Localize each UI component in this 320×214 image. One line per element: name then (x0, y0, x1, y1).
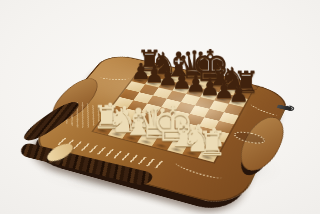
white-knight: ♞ (182, 121, 198, 156)
black-pawn: ♟ (186, 73, 201, 96)
white-queen: ♛ (136, 102, 152, 145)
scene: ♜♞♝♛♚♝♞♜♟♟♟♟♟♟♟♟♟♟♟♟♟♟♟♟♜♞♝♛♚♝♞♜ (0, 0, 320, 214)
black-pawn: ♟ (172, 70, 187, 93)
white-rook: ♜ (197, 127, 214, 160)
black-pawn: ♟ (214, 79, 229, 102)
leaf-carving-icon (248, 101, 281, 117)
square (195, 97, 214, 109)
black-pawn: ♟ (200, 76, 215, 99)
chess-board: ♜♞♝♛♚♝♞♜♟♟♟♟♟♟♟♟♟♟♟♟♟♟♟♟♜♞♝♛♚♝♞♜ (24, 52, 292, 209)
square (224, 104, 243, 116)
square: ♜ (198, 148, 219, 162)
carved-wing-right (232, 114, 292, 175)
wheat-carving-icon (173, 159, 225, 181)
white-bishop: ♝ (167, 114, 183, 152)
black-pawn: ♟ (228, 82, 243, 105)
black-pawn: ♟ (131, 61, 146, 83)
black-pawn: ♟ (144, 64, 159, 86)
clasp-hook-icon (284, 105, 295, 112)
product-photo: ♜♞♝♛♚♝♞♜♟♟♟♟♟♟♟♟♟♟♟♟♟♟♟♟♜♞♝♛♚♝♞♜ (0, 0, 320, 214)
metal-clasp-icon (277, 104, 293, 111)
white-king: ♚ (151, 100, 167, 148)
black-pawn: ♟ (158, 67, 173, 90)
white-knight: ♞ (107, 103, 123, 137)
white-bishop: ♝ (122, 103, 138, 140)
leaf-carving-icon (99, 74, 130, 80)
chess-grid: ♜♞♝♛♚♝♞♜♟♟♟♟♟♟♟♟♟♟♟♟♟♟♟♟♜♞♝♛♚♝♞♜ (93, 66, 252, 162)
square: ♟ (229, 96, 248, 108)
